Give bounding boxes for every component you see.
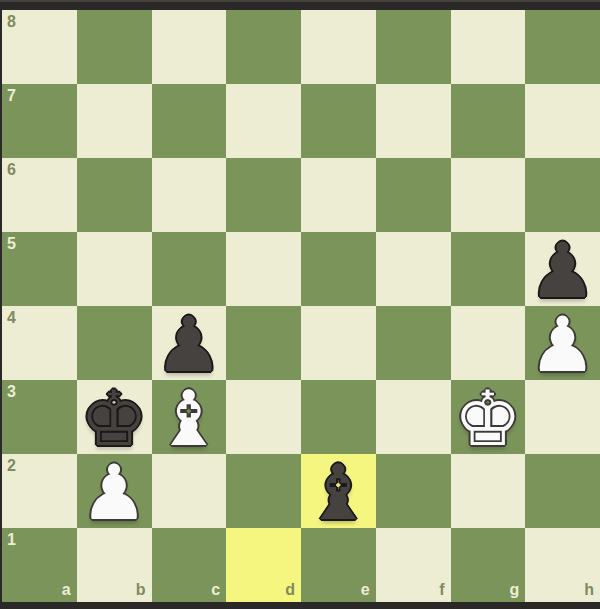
- rank-label-3: 3: [7, 384, 16, 400]
- file-label-d: d: [285, 582, 295, 598]
- square-d5[interactable]: [226, 232, 301, 306]
- square-d3[interactable]: [226, 380, 301, 454]
- square-e8[interactable]: [301, 10, 376, 84]
- file-label-b: b: [136, 582, 146, 598]
- square-d6[interactable]: [226, 158, 301, 232]
- square-c2[interactable]: [152, 454, 227, 528]
- square-h1[interactable]: h: [525, 528, 600, 602]
- square-b6[interactable]: [77, 158, 152, 232]
- rank-label-7: 7: [7, 88, 16, 104]
- square-f2[interactable]: [376, 454, 451, 528]
- square-e4[interactable]: [301, 306, 376, 380]
- rank-label-4: 4: [7, 310, 16, 326]
- square-h2[interactable]: [525, 454, 600, 528]
- square-g3[interactable]: ♚: [451, 380, 526, 454]
- square-h8[interactable]: [525, 10, 600, 84]
- white-pawn[interactable]: ♟: [525, 308, 600, 382]
- square-e3[interactable]: [301, 380, 376, 454]
- square-a3[interactable]: 3: [2, 380, 77, 454]
- square-e7[interactable]: [301, 84, 376, 158]
- rank-label-1: 1: [7, 532, 16, 548]
- black-bishop[interactable]: ♝: [301, 456, 376, 530]
- square-h7[interactable]: [525, 84, 600, 158]
- square-g5[interactable]: [451, 232, 526, 306]
- square-c1[interactable]: c: [152, 528, 227, 602]
- square-b7[interactable]: [77, 84, 152, 158]
- square-f5[interactable]: [376, 232, 451, 306]
- square-f3[interactable]: [376, 380, 451, 454]
- square-f8[interactable]: [376, 10, 451, 84]
- square-b3[interactable]: ♚: [77, 380, 152, 454]
- file-label-g: g: [509, 582, 519, 598]
- square-c5[interactable]: [152, 232, 227, 306]
- square-c7[interactable]: [152, 84, 227, 158]
- file-label-e: e: [361, 582, 370, 598]
- square-a4[interactable]: 4: [2, 306, 77, 380]
- square-f6[interactable]: [376, 158, 451, 232]
- square-a8[interactable]: 8: [2, 10, 77, 84]
- square-g8[interactable]: [451, 10, 526, 84]
- square-c6[interactable]: [152, 158, 227, 232]
- square-h3[interactable]: [525, 380, 600, 454]
- rank-label-6: 6: [7, 162, 16, 178]
- square-g4[interactable]: [451, 306, 526, 380]
- square-c4[interactable]: ♟: [152, 306, 227, 380]
- square-b4[interactable]: [77, 306, 152, 380]
- black-pawn[interactable]: ♟: [525, 234, 600, 308]
- square-e5[interactable]: [301, 232, 376, 306]
- white-bishop[interactable]: ♝: [152, 382, 227, 456]
- rank-label-2: 2: [7, 458, 16, 474]
- square-d4[interactable]: [226, 306, 301, 380]
- rank-label-5: 5: [7, 236, 16, 252]
- square-d7[interactable]: [226, 84, 301, 158]
- square-a1[interactable]: 1a: [2, 528, 77, 602]
- square-h6[interactable]: [525, 158, 600, 232]
- square-g2[interactable]: [451, 454, 526, 528]
- frame-top-edge: [0, 0, 600, 2]
- file-label-f: f: [439, 582, 444, 598]
- black-king[interactable]: ♚: [77, 382, 152, 456]
- square-g7[interactable]: [451, 84, 526, 158]
- file-label-a: a: [62, 582, 71, 598]
- square-c8[interactable]: [152, 10, 227, 84]
- chess-board: 8765♟4♟♟3♚♝♚2♟♝1abcdefgh: [2, 10, 600, 602]
- file-label-h: h: [584, 582, 594, 598]
- file-label-c: c: [211, 582, 220, 598]
- board-frame: 8765♟4♟♟3♚♝♚2♟♝1abcdefgh: [0, 0, 600, 609]
- square-g6[interactable]: [451, 158, 526, 232]
- square-h5[interactable]: ♟: [525, 232, 600, 306]
- square-d8[interactable]: [226, 10, 301, 84]
- square-d2[interactable]: [226, 454, 301, 528]
- square-e2[interactable]: ♝: [301, 454, 376, 528]
- square-e1[interactable]: e: [301, 528, 376, 602]
- square-a6[interactable]: 6: [2, 158, 77, 232]
- square-d1[interactable]: d: [226, 528, 301, 602]
- square-a2[interactable]: 2: [2, 454, 77, 528]
- square-f7[interactable]: [376, 84, 451, 158]
- square-c3[interactable]: ♝: [152, 380, 227, 454]
- square-b5[interactable]: [77, 232, 152, 306]
- square-e6[interactable]: [301, 158, 376, 232]
- white-king[interactable]: ♚: [451, 382, 526, 456]
- square-h4[interactable]: ♟: [525, 306, 600, 380]
- square-f1[interactable]: f: [376, 528, 451, 602]
- square-g1[interactable]: g: [451, 528, 526, 602]
- square-f4[interactable]: [376, 306, 451, 380]
- square-b2[interactable]: ♟: [77, 454, 152, 528]
- square-b1[interactable]: b: [77, 528, 152, 602]
- square-b8[interactable]: [77, 10, 152, 84]
- white-pawn[interactable]: ♟: [77, 456, 152, 530]
- square-a5[interactable]: 5: [2, 232, 77, 306]
- square-a7[interactable]: 7: [2, 84, 77, 158]
- rank-label-8: 8: [7, 14, 16, 30]
- black-pawn[interactable]: ♟: [152, 308, 227, 382]
